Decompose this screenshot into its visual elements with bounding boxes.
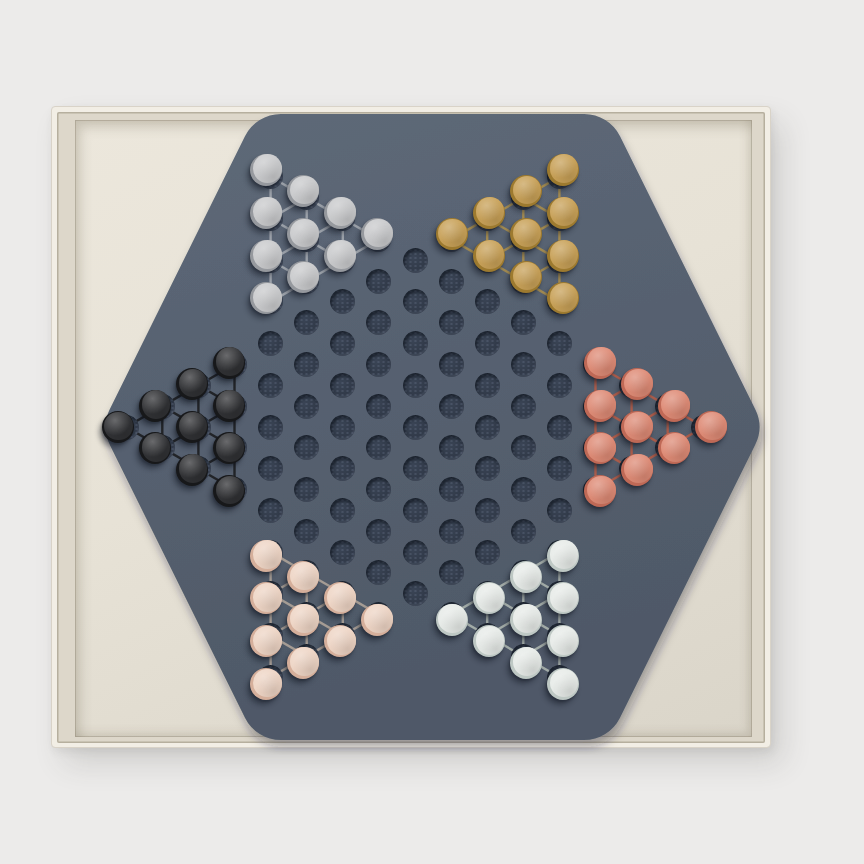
wooden-box bbox=[52, 107, 770, 747]
box-floor bbox=[75, 120, 752, 737]
product-photo-scene bbox=[0, 0, 864, 864]
